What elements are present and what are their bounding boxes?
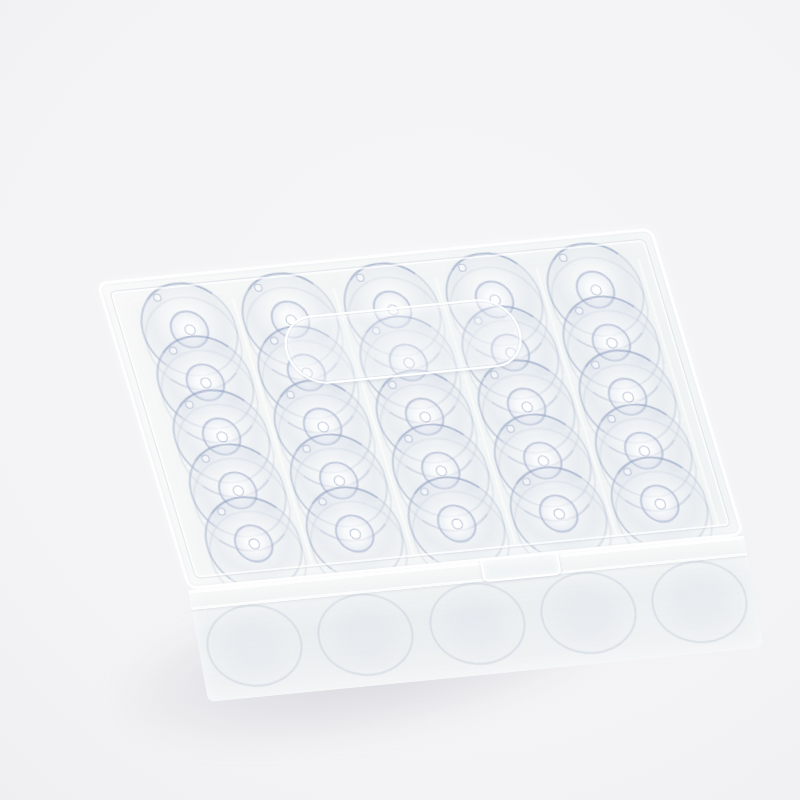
bobbin-cell <box>501 483 619 547</box>
bobbin-silhouette <box>200 600 310 691</box>
bobbin-cell <box>196 513 314 577</box>
bobbin-cell <box>399 493 517 557</box>
bobbin-cell <box>602 473 720 537</box>
case-lid-top <box>96 228 744 590</box>
bobbin-silhouette <box>533 567 643 658</box>
bobbin-silhouette <box>311 589 421 680</box>
bobbin-silhouette <box>422 578 532 669</box>
bobbin-silhouette <box>645 556 755 647</box>
product-photo-scene <box>0 0 800 800</box>
bobbin-cell <box>298 503 416 567</box>
